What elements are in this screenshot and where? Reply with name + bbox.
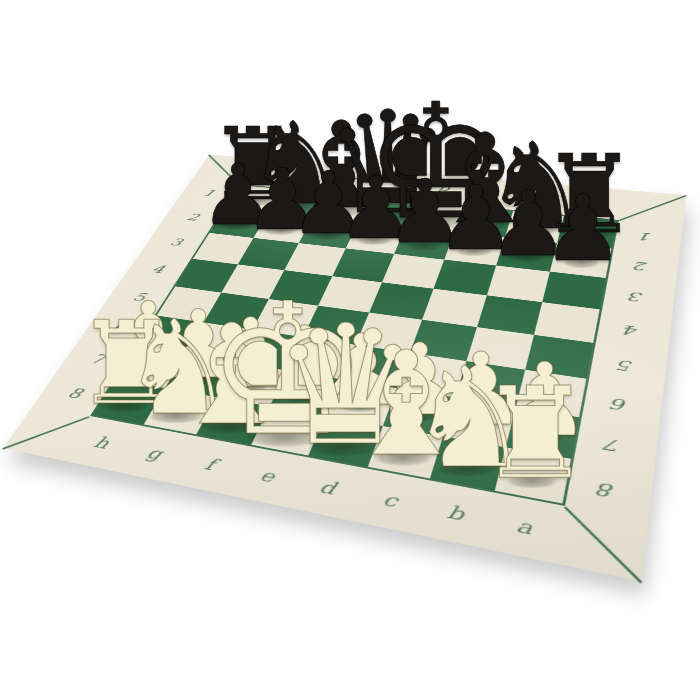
square-a8 bbox=[495, 447, 571, 503]
vinyl-chess-mat: hh11gg22ff33ee44dd55cc66bb77aa88 bbox=[3, 155, 686, 582]
corner-line-3 bbox=[564, 507, 643, 583]
file-label-top-c: c bbox=[477, 186, 512, 202]
rank-label-right-3: 3 bbox=[617, 286, 656, 308]
file-label-bottom-e: e bbox=[244, 461, 291, 491]
file-label-bottom-g: g bbox=[132, 440, 178, 468]
square-b8 bbox=[430, 436, 506, 490]
rank-label-right-7: 7 bbox=[591, 430, 637, 460]
file-label-bottom-h: h bbox=[79, 429, 124, 456]
rank-label-right-4: 4 bbox=[611, 319, 652, 342]
file-label-top-f: f bbox=[337, 174, 371, 189]
file-label-top-b: b bbox=[526, 190, 561, 206]
rank-label-left-4: 4 bbox=[140, 260, 177, 278]
rank-label-left-6: 6 bbox=[100, 317, 140, 338]
rank-label-right-8: 8 bbox=[583, 474, 631, 507]
rank-label-left-7: 7 bbox=[77, 348, 118, 371]
file-label-top-e: e bbox=[382, 178, 416, 193]
rank-label-right-2: 2 bbox=[622, 256, 660, 276]
rank-label-left-2: 2 bbox=[176, 209, 211, 225]
rank-label-right-1: 1 bbox=[628, 228, 665, 247]
rank-label-left-3: 3 bbox=[158, 234, 194, 251]
corner-line-2 bbox=[2, 416, 89, 450]
file-label-bottom-a: a bbox=[500, 510, 549, 545]
file-label-top-d: d bbox=[429, 182, 463, 198]
file-label-bottom-d: d bbox=[304, 472, 351, 503]
file-label-top-h: h bbox=[251, 166, 284, 180]
file-label-bottom-b: b bbox=[431, 497, 479, 530]
file-label-bottom-c: c bbox=[366, 484, 414, 516]
corner-line-1 bbox=[618, 195, 687, 221]
rank-label-right-5: 5 bbox=[605, 353, 647, 378]
rank-label-right-6: 6 bbox=[598, 390, 642, 418]
file-label-top-g: g bbox=[293, 170, 327, 185]
rank-label-left-1: 1 bbox=[192, 186, 226, 201]
corner-line-0 bbox=[208, 155, 239, 185]
rank-label-left-8: 8 bbox=[54, 381, 97, 405]
mat-shadow-wrapper: hh11gg22ff33ee44dd55cc66bb77aa88 bbox=[0, 0, 700, 700]
rank-label-left-5: 5 bbox=[120, 288, 158, 308]
chess-photo-scene: hh11gg22ff33ee44dd55cc66bb77aa88 ♜♞♝♛♚♝♞… bbox=[0, 0, 700, 700]
file-label-bottom-f: f bbox=[187, 450, 233, 479]
file-label-top-a: a bbox=[578, 195, 613, 212]
